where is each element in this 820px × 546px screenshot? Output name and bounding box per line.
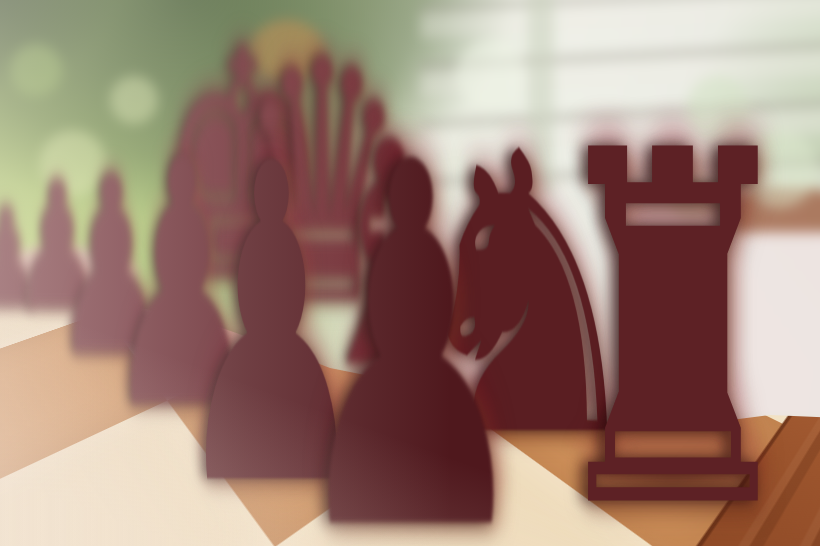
chess-photo-stage: ♟♟♚♟♛♝♟♟♞♟♜ — [0, 0, 820, 546]
chess-piece-rook: ♜ — [522, 89, 820, 546]
chess-piece-pawn-1: ♟ — [274, 99, 549, 546]
pieces-layer: ♟♟♚♟♛♝♟♟♞♟♜ — [0, 0, 820, 546]
